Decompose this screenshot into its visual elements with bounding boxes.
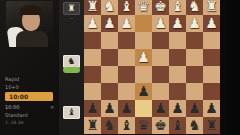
piece-set-button[interactable]: ♜ [63, 2, 80, 15]
menu-icon[interactable]: ≡ [50, 104, 54, 110]
piece-bQ-d8[interactable]: ♛ [135, 117, 152, 134]
square-b6[interactable] [101, 83, 118, 100]
piece-bP-g7[interactable]: ♟ [186, 100, 203, 117]
piece-bR-h8[interactable]: ♜ [203, 117, 220, 134]
piece-bP-d6[interactable]: ♟ [135, 83, 152, 100]
square-e6[interactable] [152, 83, 169, 100]
square-e3[interactable] [152, 32, 169, 49]
piece-bP-b7[interactable]: ♟ [101, 100, 118, 117]
square-d1[interactable]: ♛ [135, 0, 152, 15]
piece-bK-e8[interactable]: ♚ [152, 117, 169, 134]
square-h6[interactable] [203, 83, 220, 100]
piece-wN-g1[interactable]: ♞ [186, 0, 203, 15]
piece-wP-g2[interactable]: ♟ [186, 15, 203, 32]
piece-bB-c8[interactable]: ♝ [118, 117, 135, 134]
square-c7[interactable]: ♟ [118, 100, 135, 117]
green-badge[interactable] [63, 67, 80, 73]
piece-bN-g8[interactable]: ♞ [186, 117, 203, 134]
piece-wB-c1[interactable]: ♝ [118, 0, 135, 15]
square-g1[interactable]: ♞ [186, 0, 203, 15]
square-f3[interactable] [169, 32, 186, 49]
variant-label: Standard [5, 112, 28, 118]
square-c8[interactable]: ♝ [118, 117, 135, 134]
piece-wP-a2[interactable]: ♟ [84, 15, 101, 32]
opponent-clock: 10:00 [5, 104, 19, 110]
square-e1[interactable]: ♚ [152, 0, 169, 15]
piece-wN-b1[interactable]: ♞ [101, 0, 118, 15]
piece-wR-a1[interactable]: ♜ [84, 0, 101, 15]
square-d4[interactable]: ♟ [135, 49, 152, 66]
square-b8[interactable]: ♞ [101, 117, 118, 134]
active-clock: 10:00 [5, 92, 53, 101]
square-c3[interactable] [118, 32, 135, 49]
piece-bP-a7[interactable]: ♟ [84, 100, 101, 117]
square-b2[interactable]: ♟ [101, 15, 118, 32]
piece-wP-e2[interactable]: ♟ [152, 15, 169, 32]
square-f4[interactable] [169, 49, 186, 66]
square-f1[interactable]: ♝ [169, 0, 186, 15]
square-b3[interactable] [101, 32, 118, 49]
piece-wP-b2[interactable]: ♟ [101, 15, 118, 32]
piece-wP-d4[interactable]: ♟ [135, 49, 152, 66]
square-a1[interactable]: ♜ [84, 0, 101, 15]
piece-wK-e1[interactable]: ♚ [152, 0, 169, 15]
right-background [220, 0, 240, 135]
piece-bP-h7[interactable]: ♟ [203, 100, 220, 117]
game-type-label: Rapid [5, 76, 19, 82]
square-h5[interactable] [203, 66, 220, 83]
square-a5[interactable] [84, 66, 101, 83]
square-f2[interactable]: ♟ [169, 15, 186, 32]
square-d2[interactable] [135, 15, 152, 32]
square-b7[interactable]: ♟ [101, 100, 118, 117]
move-list: 1. d4 d6 [5, 120, 24, 126]
piece-bB-f8[interactable]: ♝ [169, 117, 186, 134]
square-g7[interactable]: ♟ [186, 100, 203, 117]
square-e7[interactable]: ♟ [152, 100, 169, 117]
square-d3[interactable] [135, 32, 152, 49]
chess-board[interactable]: ♜♞♝♛♚♝♞♜♟♟♟♟♟♟♟♟♟♟♟♟♟♟♟♟♜♞♝♛♚♝♞♜ [84, 0, 220, 134]
piece-wB-f1[interactable]: ♝ [169, 0, 186, 15]
square-d8[interactable]: ♛ [135, 117, 152, 134]
square-f7[interactable]: ♟ [169, 100, 186, 117]
square-a3[interactable] [84, 32, 101, 49]
square-d6[interactable]: ♟ [135, 83, 152, 100]
square-h3[interactable] [203, 32, 220, 49]
square-g6[interactable] [186, 83, 203, 100]
webcam-torso [16, 31, 48, 47]
piece-bP-f7[interactable]: ♟ [169, 100, 186, 117]
square-c4[interactable] [118, 49, 135, 66]
square-a4[interactable] [84, 49, 101, 66]
square-g5[interactable] [186, 66, 203, 83]
piece-set-caption: ··· [63, 17, 80, 21]
webcam-hair [20, 5, 42, 15]
square-c2[interactable]: ♟ [118, 15, 135, 32]
piece-wQ-d1[interactable]: ♛ [135, 0, 152, 15]
piece-bP-e7[interactable]: ♟ [152, 100, 169, 117]
square-h7[interactable]: ♟ [203, 100, 220, 117]
square-e2[interactable]: ♟ [152, 15, 169, 32]
square-b5[interactable] [101, 66, 118, 83]
square-g3[interactable] [186, 32, 203, 49]
webcam-feed [6, 1, 53, 47]
square-f5[interactable] [169, 66, 186, 83]
square-e8[interactable]: ♚ [152, 117, 169, 134]
square-d7[interactable] [135, 100, 152, 117]
square-b1[interactable]: ♞ [101, 0, 118, 15]
piece-bP-c7[interactable]: ♟ [118, 100, 135, 117]
square-g8[interactable]: ♞ [186, 117, 203, 134]
square-a7[interactable]: ♟ [84, 100, 101, 117]
square-e5[interactable] [152, 66, 169, 83]
square-h2[interactable]: ♟ [203, 15, 220, 32]
square-e4[interactable] [152, 49, 169, 66]
piece-wP-c2[interactable]: ♟ [118, 15, 135, 32]
square-b4[interactable] [101, 49, 118, 66]
square-c6[interactable] [118, 83, 135, 100]
square-h8[interactable]: ♜ [203, 117, 220, 134]
square-c5[interactable] [118, 66, 135, 83]
square-g2[interactable]: ♟ [186, 15, 203, 32]
moves-box-button[interactable]: ♝ [63, 106, 80, 119]
square-a8[interactable]: ♜ [84, 117, 101, 134]
piece-wP-f2[interactable]: ♟ [169, 15, 186, 32]
square-a2[interactable]: ♟ [84, 15, 101, 32]
piece-bN-b8[interactable]: ♞ [101, 117, 118, 134]
piece-wP-h2[interactable]: ♟ [203, 15, 220, 32]
square-h1[interactable]: ♜ [203, 0, 220, 15]
square-f6[interactable] [169, 83, 186, 100]
square-f8[interactable]: ♝ [169, 117, 186, 134]
square-h4[interactable] [203, 49, 220, 66]
piece-bR-a8[interactable]: ♜ [84, 117, 101, 134]
square-c1[interactable]: ♝ [118, 0, 135, 15]
square-g4[interactable] [186, 49, 203, 66]
square-d5[interactable] [135, 66, 152, 83]
square-a6[interactable] [84, 83, 101, 100]
time-control-label: 10+0 [5, 84, 19, 90]
piece-wR-h1[interactable]: ♜ [203, 0, 220, 15]
